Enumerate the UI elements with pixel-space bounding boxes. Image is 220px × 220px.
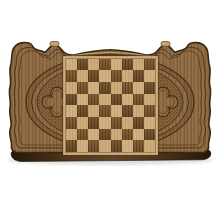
- board-cell-b6: [77, 82, 88, 94]
- board-cell-f6: [122, 82, 133, 94]
- board-cell-h1: [144, 140, 155, 152]
- board-cell-f5: [122, 94, 133, 106]
- board-cell-f2: [122, 129, 133, 141]
- board-cell-a3: [66, 117, 77, 129]
- board-cell-c7: [88, 70, 99, 82]
- board-cell-a1: [66, 140, 77, 152]
- board-cell-d1: [99, 140, 110, 152]
- board-cell-c6: [88, 82, 99, 94]
- board-cell-e6: [111, 82, 122, 94]
- board-cell-d7: [99, 70, 110, 82]
- board-cell-d2: [99, 129, 110, 141]
- board-cell-f3: [122, 117, 133, 129]
- chessboard: [63, 56, 158, 156]
- board-cell-a4: [66, 105, 77, 117]
- board-cell-e7: [111, 70, 122, 82]
- board-cell-a6: [66, 82, 77, 94]
- board-cell-c3: [88, 117, 99, 129]
- board-cell-h6: [144, 82, 155, 94]
- board-cell-e5: [111, 94, 122, 106]
- board-cell-c1: [88, 140, 99, 152]
- board-cell-h5: [144, 94, 155, 106]
- board-cell-a8: [66, 59, 77, 71]
- board-cell-f4: [122, 105, 133, 117]
- chessboard-grid: [66, 59, 155, 153]
- board-cell-c8: [88, 59, 99, 71]
- board-cell-c4: [88, 105, 99, 117]
- board-cell-a7: [66, 70, 77, 82]
- board-cell-b3: [77, 117, 88, 129]
- board-cell-g4: [133, 105, 144, 117]
- board-cell-h4: [144, 105, 155, 117]
- board-cell-b5: [77, 94, 88, 106]
- board-cell-h2: [144, 129, 155, 141]
- board-cell-d4: [99, 105, 110, 117]
- board-cell-b1: [77, 140, 88, 152]
- board-cell-e2: [111, 129, 122, 141]
- board-cell-h8: [144, 59, 155, 71]
- board-cell-h7: [144, 70, 155, 82]
- board-cell-g7: [133, 70, 144, 82]
- board-cell-g2: [133, 129, 144, 141]
- board-cell-c2: [88, 129, 99, 141]
- board-cell-f1: [122, 140, 133, 152]
- board-cell-e8: [111, 59, 122, 71]
- board-cell-b8: [77, 59, 88, 71]
- board-cell-c5: [88, 94, 99, 106]
- board-cell-g1: [133, 140, 144, 152]
- board-cell-d5: [99, 94, 110, 106]
- board-cell-d3: [99, 117, 110, 129]
- board-cell-b7: [77, 70, 88, 82]
- board-cell-g6: [133, 82, 144, 94]
- board-cell-e1: [111, 140, 122, 152]
- board-cell-g5: [133, 94, 144, 106]
- board-cell-a5: [66, 94, 77, 106]
- board-cell-e3: [111, 117, 122, 129]
- board-cell-a2: [66, 129, 77, 141]
- board-cell-b2: [77, 129, 88, 141]
- board-cell-h3: [144, 117, 155, 129]
- board-cell-g8: [133, 59, 144, 71]
- board-cell-b4: [77, 105, 88, 117]
- board-cell-f7: [122, 70, 133, 82]
- board-cell-d8: [99, 59, 110, 71]
- board-cell-f8: [122, 59, 133, 71]
- board-cell-g3: [133, 117, 144, 129]
- board-cell-d6: [99, 82, 110, 94]
- board-cell-e4: [111, 105, 122, 117]
- product-photo: [0, 0, 220, 220]
